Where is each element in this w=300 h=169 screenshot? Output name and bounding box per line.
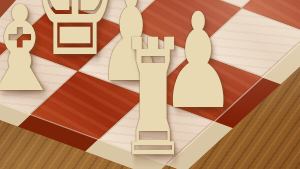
white-rook-icon: ♜	[120, 19, 187, 169]
chess-board-photo: ♚♟♝♟♜	[0, 0, 300, 169]
white-bishop-icon: ♝	[0, 0, 65, 108]
